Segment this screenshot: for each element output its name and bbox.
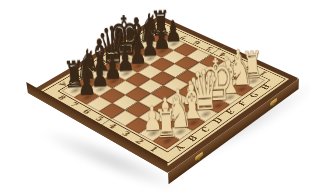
brass-latch xyxy=(195,150,203,160)
chess-set-photo: chess ABCDEFGH ABCDEFGH 87654321 8765432… xyxy=(0,0,310,194)
board-face: ABCDEFGH ABCDEFGH 87654321 87654321 ♜♞♝♛… xyxy=(38,20,289,166)
chess-board: ABCDEFGH ABCDEFGH 87654321 87654321 ♜♞♝♛… xyxy=(28,16,299,173)
perspective-wrapper: ABCDEFGH ABCDEFGH 87654321 87654321 ♜♞♝♛… xyxy=(0,0,310,194)
brass-latch xyxy=(270,97,277,106)
white-rook[interactable]: ♜ xyxy=(154,104,179,144)
black-pawn[interactable]: ♟ xyxy=(77,68,97,100)
